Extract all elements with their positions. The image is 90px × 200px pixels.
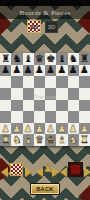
square-d2: ♟ bbox=[34, 123, 45, 135]
piece-black-pawn: ♟ bbox=[69, 65, 78, 75]
square-e1: ♚ bbox=[45, 134, 56, 146]
view-2d-button[interactable]: 2D bbox=[27, 20, 41, 33]
square-b8: ♞ bbox=[11, 53, 22, 65]
square-g2: ♟ bbox=[68, 123, 79, 135]
square-e3 bbox=[45, 111, 56, 123]
square-h3 bbox=[79, 111, 90, 123]
piece-black-pawn: ♟ bbox=[24, 65, 33, 75]
piece-style-prev-arrow[interactable] bbox=[36, 167, 43, 177]
square-g6 bbox=[68, 76, 79, 88]
square-g1: ♞ bbox=[68, 134, 79, 146]
square-d7: ♟ bbox=[34, 65, 45, 77]
square-f3 bbox=[56, 111, 67, 123]
square-a3 bbox=[0, 111, 11, 123]
square-b1: ♞ bbox=[11, 134, 22, 146]
square-g7: ♟ bbox=[68, 65, 79, 77]
square-d6 bbox=[34, 76, 45, 88]
square-f2: ♟ bbox=[56, 123, 67, 135]
piece-black-pawn: ♟ bbox=[12, 65, 21, 75]
square-c3 bbox=[23, 111, 34, 123]
square-c6 bbox=[23, 76, 34, 88]
square-h6 bbox=[79, 76, 90, 88]
piece-white-queen: ♛ bbox=[35, 135, 44, 145]
piece-white-knight: ♞ bbox=[69, 135, 78, 145]
square-a6 bbox=[0, 76, 11, 88]
piece-white-pawn: ♟ bbox=[1, 124, 10, 134]
square-d8: ♛ bbox=[34, 53, 45, 65]
screen: Boards & Pieces 2D 3D ♜♞♝♛♚♝♞♜♟♟♟♟♟♟♟♟♟♟… bbox=[0, 0, 90, 200]
square-a2: ♟ bbox=[0, 123, 11, 135]
square-d3 bbox=[34, 111, 45, 123]
square-b2: ♟ bbox=[11, 123, 22, 135]
piece-black-pawn: ♟ bbox=[46, 65, 55, 75]
square-b7: ♟ bbox=[11, 65, 22, 77]
page-title: Boards & Pieces bbox=[19, 9, 70, 17]
piece-white-pawn: ♟ bbox=[57, 124, 66, 134]
piece-black-rook: ♜ bbox=[80, 54, 89, 64]
piece-black-pawn: ♟ bbox=[1, 65, 10, 75]
piece-black-pawn: ♟ bbox=[80, 65, 89, 75]
piece-black-knight: ♞ bbox=[69, 54, 78, 64]
piece-black-king: ♚ bbox=[46, 54, 55, 64]
square-f1: ♝ bbox=[56, 134, 67, 146]
square-f6 bbox=[56, 76, 67, 88]
square-e8: ♚ bbox=[45, 53, 56, 65]
piece-style-next-arrow[interactable] bbox=[52, 167, 59, 177]
piece-white-pawn: ♟ bbox=[24, 124, 33, 134]
piece-black-bishop: ♝ bbox=[57, 54, 66, 64]
piece-black-queen: ♛ bbox=[35, 54, 44, 64]
square-a7: ♟ bbox=[0, 65, 11, 77]
square-f8: ♝ bbox=[56, 53, 67, 65]
piece-black-bishop: ♝ bbox=[24, 54, 33, 64]
square-h7: ♟ bbox=[79, 65, 90, 77]
square-c1: ♝ bbox=[23, 134, 34, 146]
board-style-swatch bbox=[10, 163, 23, 176]
board-color-prev-arrow[interactable] bbox=[60, 167, 67, 177]
piece-white-pawn: ♟ bbox=[46, 124, 55, 134]
piece-white-pawn: ♟ bbox=[69, 124, 78, 134]
square-g8: ♞ bbox=[68, 53, 79, 65]
square-c8: ♝ bbox=[23, 53, 34, 65]
board-style-prev-arrow[interactable] bbox=[1, 167, 8, 177]
piece-black-pawn: ♟ bbox=[35, 65, 44, 75]
square-e7: ♟ bbox=[45, 65, 56, 77]
square-c7: ♟ bbox=[23, 65, 34, 77]
piece-white-king: ♚ bbox=[46, 135, 55, 145]
board-watermark: Preview bbox=[0, 92, 90, 102]
square-d1: ♛ bbox=[34, 134, 45, 146]
board-color-next-arrow[interactable] bbox=[84, 167, 90, 177]
piece-white-rook: ♜ bbox=[80, 135, 89, 145]
piece-white-pawn: ♟ bbox=[80, 124, 89, 134]
piece-white-knight: ♞ bbox=[12, 135, 21, 145]
view-3d-button[interactable]: 3D bbox=[45, 21, 58, 33]
square-h2: ♟ bbox=[79, 123, 90, 135]
piece-white-bishop: ♝ bbox=[24, 135, 33, 145]
back-button[interactable]: BACK bbox=[30, 183, 60, 195]
square-c2: ♟ bbox=[23, 123, 34, 135]
square-a1: ♜ bbox=[0, 134, 11, 146]
piece-black-knight: ♞ bbox=[12, 54, 21, 64]
board-style-next-arrow[interactable] bbox=[25, 167, 32, 177]
square-h8: ♜ bbox=[79, 53, 90, 65]
square-e6 bbox=[45, 76, 56, 88]
piece-white-rook: ♜ bbox=[1, 135, 10, 145]
board-color-swatch bbox=[69, 163, 82, 176]
square-g3 bbox=[68, 111, 79, 123]
square-e2: ♟ bbox=[45, 123, 56, 135]
square-b3 bbox=[11, 111, 22, 123]
piece-black-rook: ♜ bbox=[1, 54, 10, 64]
square-h1: ♜ bbox=[79, 134, 90, 146]
title-band: Boards & Pieces bbox=[0, 6, 90, 19]
piece-black-pawn: ♟ bbox=[57, 65, 66, 75]
piece-white-bishop: ♝ bbox=[57, 135, 66, 145]
piece-white-pawn: ♟ bbox=[12, 124, 21, 134]
square-f7: ♟ bbox=[56, 65, 67, 77]
square-b6 bbox=[11, 76, 22, 88]
square-a8: ♜ bbox=[0, 53, 11, 65]
piece-white-pawn: ♟ bbox=[35, 124, 44, 134]
